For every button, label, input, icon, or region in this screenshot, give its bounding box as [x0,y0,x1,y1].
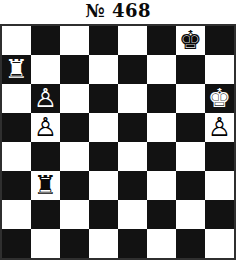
square-a7[interactable]: ♜ [2,55,31,84]
white-pawn[interactable]: ♙ [34,113,57,142]
square-b8[interactable] [31,26,60,55]
square-f6[interactable] [147,84,176,113]
square-g8[interactable]: ♚ [176,26,205,55]
square-g6[interactable] [176,84,205,113]
square-c2[interactable] [60,200,89,229]
square-b5[interactable]: ♙ [31,113,60,142]
black-king[interactable]: ♚ [179,26,202,55]
white-pawn[interactable]: ♙ [34,84,57,113]
square-g3[interactable] [176,171,205,200]
square-f2[interactable] [147,200,176,229]
chess-board: ♚♜♙♚♙♙♜ [0,24,236,260]
square-g1[interactable] [176,229,205,258]
square-c8[interactable] [60,26,89,55]
square-f7[interactable] [147,55,176,84]
square-b1[interactable] [31,229,60,258]
square-d1[interactable] [89,229,118,258]
square-h6[interactable]: ♚ [205,84,234,113]
square-g4[interactable] [176,142,205,171]
square-a6[interactable] [2,84,31,113]
black-rook[interactable]: ♜ [34,171,57,200]
square-d3[interactable] [89,171,118,200]
square-c6[interactable] [60,84,89,113]
square-h4[interactable] [205,142,234,171]
square-h2[interactable] [205,200,234,229]
chess-diagram-page: № 468 ♚♜♙♚♙♙♜ [0,0,236,260]
square-g2[interactable] [176,200,205,229]
square-a1[interactable] [2,229,31,258]
square-e2[interactable] [118,200,147,229]
square-h1[interactable] [205,229,234,258]
square-a4[interactable] [2,142,31,171]
square-e7[interactable] [118,55,147,84]
square-e8[interactable] [118,26,147,55]
square-e6[interactable] [118,84,147,113]
square-c5[interactable] [60,113,89,142]
square-f1[interactable] [147,229,176,258]
square-a8[interactable] [2,26,31,55]
square-f4[interactable] [147,142,176,171]
square-b7[interactable] [31,55,60,84]
square-d8[interactable] [89,26,118,55]
square-e5[interactable] [118,113,147,142]
square-f8[interactable] [147,26,176,55]
puzzle-number: № 468 [0,0,236,24]
square-d4[interactable] [89,142,118,171]
square-a5[interactable] [2,113,31,142]
square-h7[interactable] [205,55,234,84]
square-a3[interactable] [2,171,31,200]
square-g5[interactable] [176,113,205,142]
square-a2[interactable] [2,200,31,229]
square-d7[interactable] [89,55,118,84]
square-d5[interactable] [89,113,118,142]
square-b4[interactable] [31,142,60,171]
square-f5[interactable] [147,113,176,142]
square-h3[interactable] [205,171,234,200]
square-c7[interactable] [60,55,89,84]
square-h8[interactable] [205,26,234,55]
square-e3[interactable] [118,171,147,200]
white-rook[interactable]: ♜ [5,55,28,84]
square-f3[interactable] [147,171,176,200]
white-king[interactable]: ♚ [208,84,231,113]
square-h5[interactable]: ♙ [205,113,234,142]
square-c3[interactable] [60,171,89,200]
square-e4[interactable] [118,142,147,171]
square-g7[interactable] [176,55,205,84]
square-d6[interactable] [89,84,118,113]
square-b6[interactable]: ♙ [31,84,60,113]
square-e1[interactable] [118,229,147,258]
square-b3[interactable]: ♜ [31,171,60,200]
square-d2[interactable] [89,200,118,229]
square-b2[interactable] [31,200,60,229]
square-c1[interactable] [60,229,89,258]
white-pawn[interactable]: ♙ [208,113,231,142]
square-c4[interactable] [60,142,89,171]
